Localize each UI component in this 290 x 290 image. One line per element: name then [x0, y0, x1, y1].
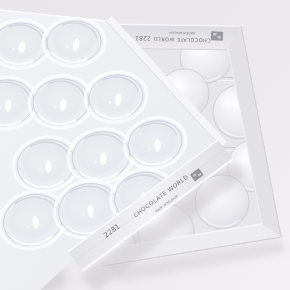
- origin-text: MADE IN BELGIUM: [169, 31, 195, 36]
- mold-code-text: 2281: [135, 35, 151, 42]
- photo: 2281 CHOCOLATE WORLD MADE IN BELGIUM: [0, 0, 290, 290]
- chocolate-world-logo: [211, 31, 223, 40]
- mold-photo-canvas: 2281 CHOCOLATE WORLD MADE IN BELGIUM: [0, 0, 290, 290]
